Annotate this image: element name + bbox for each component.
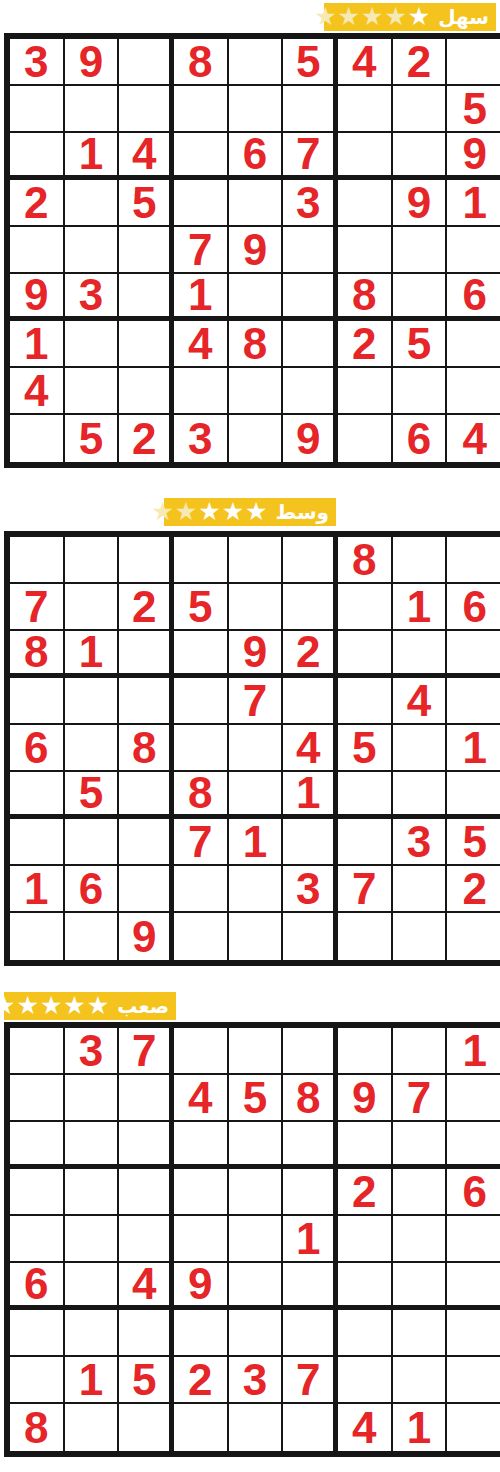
sudoku-cell-medium-r3c4[interactable] bbox=[174, 631, 229, 678]
sudoku-cell-hard-r3c8[interactable] bbox=[393, 1122, 448, 1169]
sudoku-cell-easy-r9c4[interactable]: 3 bbox=[174, 415, 229, 462]
sudoku-cell-easy-r6c4[interactable]: 1 bbox=[174, 274, 229, 321]
sudoku-grid-easy: 398542514679253917993186148254523964 bbox=[4, 33, 500, 468]
sudoku-cell-hard-r5c1[interactable] bbox=[10, 1216, 65, 1263]
sudoku-cell-hard-r1c5[interactable] bbox=[229, 1028, 284, 1075]
sudoku-cell-hard-r8c4[interactable]: 2 bbox=[174, 1357, 229, 1404]
sudoku-cell-easy-r3c2[interactable]: 1 bbox=[65, 133, 120, 180]
sudoku-cell-hard-r1c7[interactable] bbox=[338, 1028, 393, 1075]
sudoku-cell-easy-r6c3[interactable] bbox=[119, 274, 174, 321]
sudoku-cell-easy-r3c3[interactable]: 4 bbox=[119, 133, 174, 180]
sudoku-cell-hard-r4c9[interactable]: 6 bbox=[447, 1169, 500, 1216]
sudoku-cell-easy-r1c2[interactable]: 9 bbox=[65, 39, 120, 86]
sudoku-cell-medium-r4c3[interactable] bbox=[119, 678, 174, 725]
sudoku-cell-medium-r9c9[interactable] bbox=[447, 913, 500, 960]
sudoku-cell-medium-r3c3[interactable] bbox=[119, 631, 174, 678]
sudoku-cell-medium-r3c8[interactable] bbox=[393, 631, 448, 678]
sudoku-cell-hard-r2c3[interactable] bbox=[119, 1075, 174, 1122]
sudoku-cell-easy-r1c3[interactable] bbox=[119, 39, 174, 86]
sudoku-cell-medium-r7c8[interactable]: 3 bbox=[393, 819, 448, 866]
sudoku-cell-medium-r1c8[interactable] bbox=[393, 537, 448, 584]
star-icon: ★ bbox=[408, 4, 430, 29]
sudoku-cell-hard-r7c8[interactable] bbox=[393, 1310, 448, 1357]
star-icon: ★ bbox=[151, 499, 173, 524]
sudoku-cell-hard-r7c7[interactable] bbox=[338, 1310, 393, 1357]
sudoku-cell-hard-r4c5[interactable] bbox=[229, 1169, 284, 1216]
sudoku-cell-hard-r3c9[interactable] bbox=[447, 1122, 500, 1169]
sudoku-cell-medium-r9c2[interactable] bbox=[65, 913, 120, 960]
sudoku-cell-hard-r1c8[interactable] bbox=[393, 1028, 448, 1075]
sudoku-cell-medium-r2c8[interactable]: 1 bbox=[393, 584, 448, 631]
sudoku-cell-easy-r9c2[interactable]: 5 bbox=[65, 415, 120, 462]
sudoku-cell-easy-r7c1[interactable]: 1 bbox=[10, 321, 65, 368]
sudoku-cell-easy-r9c3[interactable]: 2 bbox=[119, 415, 174, 462]
sudoku-cell-easy-r1c4[interactable]: 8 bbox=[174, 39, 229, 86]
sudoku-cell-medium-r7c9[interactable]: 5 bbox=[447, 819, 500, 866]
sudoku-cell-medium-r7c7[interactable] bbox=[338, 819, 393, 866]
sudoku-cell-hard-r4c7[interactable]: 2 bbox=[338, 1169, 393, 1216]
star-icon: ★ bbox=[222, 499, 244, 524]
star-icon: ★ bbox=[245, 499, 267, 524]
sudoku-cell-medium-r2c9[interactable]: 6 bbox=[447, 584, 500, 631]
difficulty-banner-easy: ★★★★★ سهل bbox=[324, 3, 496, 31]
sudoku-cell-easy-r7c4[interactable]: 4 bbox=[174, 321, 229, 368]
sudoku-cell-medium-r7c4[interactable]: 7 bbox=[174, 819, 229, 866]
sudoku-cell-easy-r1c5[interactable] bbox=[229, 39, 284, 86]
sudoku-cell-medium-r5c2[interactable] bbox=[65, 725, 120, 772]
sudoku-cell-hard-r3c3[interactable] bbox=[119, 1122, 174, 1169]
sudoku-cell-medium-r6c4[interactable]: 8 bbox=[174, 772, 229, 819]
sudoku-cell-hard-r8c8[interactable] bbox=[393, 1357, 448, 1404]
sudoku-cell-easy-r6c1[interactable]: 9 bbox=[10, 274, 65, 321]
sudoku-cell-easy-r3c1[interactable] bbox=[10, 133, 65, 180]
sudoku-cell-easy-r4c9[interactable]: 1 bbox=[447, 180, 500, 227]
difficulty-banner-medium: ★★★★★ وسط bbox=[164, 498, 336, 526]
sudoku-cell-medium-r5c6[interactable]: 4 bbox=[283, 725, 338, 772]
sudoku-cell-easy-r4c6[interactable]: 3 bbox=[283, 180, 338, 227]
sudoku-cell-easy-r7c7[interactable]: 2 bbox=[338, 321, 393, 368]
sudoku-cell-hard-r2c9[interactable] bbox=[447, 1075, 500, 1122]
sudoku-cell-medium-r1c6[interactable] bbox=[283, 537, 338, 584]
sudoku-cell-medium-r8c9[interactable]: 2 bbox=[447, 866, 500, 913]
sudoku-cell-hard-r8c3[interactable]: 5 bbox=[119, 1357, 174, 1404]
sudoku-cell-hard-r3c1[interactable] bbox=[10, 1122, 65, 1169]
sudoku-cell-medium-r8c5[interactable] bbox=[229, 866, 284, 913]
sudoku-cell-easy-r9c1[interactable] bbox=[10, 415, 65, 462]
sudoku-cell-easy-r2c6[interactable] bbox=[283, 86, 338, 133]
sudoku-cell-hard-r5c7[interactable] bbox=[338, 1216, 393, 1263]
sudoku-cell-easy-r2c4[interactable] bbox=[174, 86, 229, 133]
sudoku-cell-medium-r6c5[interactable] bbox=[229, 772, 284, 819]
sudoku-cell-hard-r6c9[interactable] bbox=[447, 1263, 500, 1310]
sudoku-cell-easy-r9c6[interactable]: 9 bbox=[283, 415, 338, 462]
sudoku-cell-hard-r5c4[interactable] bbox=[174, 1216, 229, 1263]
sudoku-cell-hard-r9c6[interactable] bbox=[283, 1404, 338, 1451]
sudoku-cell-easy-r3c6[interactable]: 7 bbox=[283, 133, 338, 180]
sudoku-cell-easy-r4c1[interactable]: 2 bbox=[10, 180, 65, 227]
sudoku-cell-easy-r3c5[interactable]: 6 bbox=[229, 133, 284, 180]
sudoku-cell-hard-r1c3[interactable]: 7 bbox=[119, 1028, 174, 1075]
sudoku-cell-hard-r6c4[interactable]: 9 bbox=[174, 1263, 229, 1310]
sudoku-cell-hard-r8c5[interactable]: 3 bbox=[229, 1357, 284, 1404]
sudoku-cell-easy-r5c2[interactable] bbox=[65, 227, 120, 274]
sudoku-easy-section: ★★★★★ سهل 398542514679253917993186148254… bbox=[4, 3, 496, 468]
sudoku-cell-hard-r8c9[interactable] bbox=[447, 1357, 500, 1404]
sudoku-cell-medium-r4c6[interactable] bbox=[283, 678, 338, 725]
sudoku-cell-medium-r6c9[interactable] bbox=[447, 772, 500, 819]
star-icon: ★ bbox=[361, 4, 383, 29]
sudoku-cell-medium-r6c1[interactable] bbox=[10, 772, 65, 819]
sudoku-cell-medium-r9c6[interactable] bbox=[283, 913, 338, 960]
sudoku-cell-medium-r1c4[interactable] bbox=[174, 537, 229, 584]
sudoku-cell-hard-r4c2[interactable] bbox=[65, 1169, 120, 1216]
sudoku-cell-hard-r7c2[interactable] bbox=[65, 1310, 120, 1357]
sudoku-cell-easy-r2c8[interactable] bbox=[393, 86, 448, 133]
sudoku-cell-hard-r4c6[interactable] bbox=[283, 1169, 338, 1216]
sudoku-cell-easy-r5c5[interactable]: 9 bbox=[229, 227, 284, 274]
sudoku-cell-medium-r4c7[interactable] bbox=[338, 678, 393, 725]
sudoku-cell-medium-r6c6[interactable]: 1 bbox=[283, 772, 338, 819]
sudoku-cell-hard-r2c4[interactable]: 4 bbox=[174, 1075, 229, 1122]
sudoku-cell-medium-r7c3[interactable] bbox=[119, 819, 174, 866]
sudoku-cell-hard-r1c9[interactable]: 1 bbox=[447, 1028, 500, 1075]
sudoku-cell-easy-r3c8[interactable] bbox=[393, 133, 448, 180]
sudoku-cell-easy-r5c1[interactable] bbox=[10, 227, 65, 274]
sudoku-cell-easy-r9c5[interactable] bbox=[229, 415, 284, 462]
sudoku-cell-hard-r9c4[interactable] bbox=[174, 1404, 229, 1451]
sudoku-cell-easy-r3c4[interactable] bbox=[174, 133, 229, 180]
sudoku-grid-medium: 872516819274684515817135163729 bbox=[4, 531, 500, 966]
star-icon: ★ bbox=[40, 993, 62, 1018]
difficulty-banner-hard: ★★★★★ صعب bbox=[4, 992, 176, 1020]
sudoku-cell-easy-r7c8[interactable]: 5 bbox=[393, 321, 448, 368]
sudoku-cell-easy-r8c9[interactable] bbox=[447, 368, 500, 415]
sudoku-cell-hard-r7c5[interactable] bbox=[229, 1310, 284, 1357]
sudoku-cell-easy-r8c3[interactable] bbox=[119, 368, 174, 415]
sudoku-cell-medium-r6c2[interactable]: 5 bbox=[65, 772, 120, 819]
star-icon: ★ bbox=[0, 993, 16, 1018]
sudoku-cell-medium-r5c1[interactable]: 6 bbox=[10, 725, 65, 772]
sudoku-cell-hard-r8c7[interactable] bbox=[338, 1357, 393, 1404]
sudoku-cell-hard-r4c1[interactable] bbox=[10, 1169, 65, 1216]
sudoku-cell-medium-r3c5[interactable]: 9 bbox=[229, 631, 284, 678]
sudoku-cell-medium-r6c3[interactable] bbox=[119, 772, 174, 819]
sudoku-cell-medium-r9c4[interactable] bbox=[174, 913, 229, 960]
sudoku-cell-easy-r4c3[interactable]: 5 bbox=[119, 180, 174, 227]
star-icon: ★ bbox=[198, 499, 220, 524]
star-icon: ★ bbox=[63, 993, 85, 1018]
sudoku-cell-medium-r1c5[interactable] bbox=[229, 537, 284, 584]
difficulty-label-hard: صعب bbox=[117, 996, 169, 1016]
sudoku-cell-hard-r9c9[interactable] bbox=[447, 1404, 500, 1451]
star-icon: ★ bbox=[314, 4, 336, 29]
sudoku-cell-hard-r9c2[interactable] bbox=[65, 1404, 120, 1451]
sudoku-cell-easy-r8c8[interactable] bbox=[393, 368, 448, 415]
sudoku-cell-medium-r9c7[interactable] bbox=[338, 913, 393, 960]
sudoku-cell-medium-r1c9[interactable] bbox=[447, 537, 500, 584]
sudoku-cell-hard-r5c8[interactable] bbox=[393, 1216, 448, 1263]
sudoku-medium-section: ★★★★★ وسط 872516819274684515817135163729 bbox=[4, 498, 496, 966]
sudoku-cell-medium-r4c1[interactable] bbox=[10, 678, 65, 725]
sudoku-cell-easy-r5c9[interactable] bbox=[447, 227, 500, 274]
sudoku-cell-hard-r7c4[interactable] bbox=[174, 1310, 229, 1357]
star-icon: ★ bbox=[175, 499, 197, 524]
sudoku-cell-hard-r4c8[interactable] bbox=[393, 1169, 448, 1216]
sudoku-cell-hard-r3c2[interactable] bbox=[65, 1122, 120, 1169]
sudoku-cell-easy-r1c9[interactable] bbox=[447, 39, 500, 86]
sudoku-cell-easy-r7c3[interactable] bbox=[119, 321, 174, 368]
difficulty-label-easy: سهل bbox=[438, 7, 489, 27]
sudoku-cell-hard-r5c6[interactable]: 1 bbox=[283, 1216, 338, 1263]
sudoku-cell-easy-r2c2[interactable] bbox=[65, 86, 120, 133]
sudoku-cell-hard-r6c7[interactable] bbox=[338, 1263, 393, 1310]
sudoku-cell-easy-r1c6[interactable]: 5 bbox=[283, 39, 338, 86]
star-rating-easy: ★★★★★ bbox=[314, 5, 430, 30]
sudoku-cell-medium-r1c3[interactable] bbox=[119, 537, 174, 584]
sudoku-cell-medium-r8c7[interactable]: 7 bbox=[338, 866, 393, 913]
sudoku-cell-hard-r7c9[interactable] bbox=[447, 1310, 500, 1357]
sudoku-cell-hard-r7c6[interactable] bbox=[283, 1310, 338, 1357]
sudoku-cell-medium-r5c5[interactable] bbox=[229, 725, 284, 772]
sudoku-cell-medium-r4c5[interactable]: 7 bbox=[229, 678, 284, 725]
sudoku-cell-easy-r7c2[interactable] bbox=[65, 321, 120, 368]
sudoku-cell-hard-r5c3[interactable] bbox=[119, 1216, 174, 1263]
sudoku-cell-medium-r7c5[interactable]: 1 bbox=[229, 819, 284, 866]
sudoku-cell-easy-r4c4[interactable] bbox=[174, 180, 229, 227]
sudoku-cell-medium-r2c3[interactable]: 2 bbox=[119, 584, 174, 631]
sudoku-cell-hard-r8c2[interactable]: 1 bbox=[65, 1357, 120, 1404]
sudoku-cell-medium-r5c9[interactable]: 1 bbox=[447, 725, 500, 772]
sudoku-cell-hard-r9c5[interactable] bbox=[229, 1404, 284, 1451]
sudoku-cell-medium-r5c8[interactable] bbox=[393, 725, 448, 772]
sudoku-cell-hard-r2c8[interactable]: 7 bbox=[393, 1075, 448, 1122]
sudoku-cell-medium-r2c7[interactable] bbox=[338, 584, 393, 631]
sudoku-cell-easy-r6c6[interactable] bbox=[283, 274, 338, 321]
sudoku-cell-medium-r1c2[interactable] bbox=[65, 537, 120, 584]
sudoku-cell-easy-r8c1[interactable]: 4 bbox=[10, 368, 65, 415]
sudoku-cell-medium-r4c9[interactable] bbox=[447, 678, 500, 725]
sudoku-cell-easy-r2c3[interactable] bbox=[119, 86, 174, 133]
sudoku-cell-easy-r6c7[interactable]: 8 bbox=[338, 274, 393, 321]
sudoku-cell-easy-r4c5[interactable] bbox=[229, 180, 284, 227]
sudoku-cell-medium-r2c5[interactable] bbox=[229, 584, 284, 631]
sudoku-cell-easy-r5c6[interactable] bbox=[283, 227, 338, 274]
sudoku-cell-medium-r3c2[interactable]: 1 bbox=[65, 631, 120, 678]
sudoku-cell-medium-r9c8[interactable] bbox=[393, 913, 448, 960]
sudoku-cell-easy-r6c2[interactable]: 3 bbox=[65, 274, 120, 321]
sudoku-cell-medium-r8c2[interactable]: 6 bbox=[65, 866, 120, 913]
sudoku-cell-medium-r4c2[interactable] bbox=[65, 678, 120, 725]
sudoku-cell-hard-r8c6[interactable]: 7 bbox=[283, 1357, 338, 1404]
sudoku-cell-medium-r4c8[interactable]: 4 bbox=[393, 678, 448, 725]
sudoku-page: ★★★★★ سهل 398542514679253917993186148254… bbox=[0, 0, 500, 1472]
sudoku-cell-easy-r5c3[interactable] bbox=[119, 227, 174, 274]
sudoku-cell-hard-r3c5[interactable] bbox=[229, 1122, 284, 1169]
sudoku-cell-medium-r5c3[interactable]: 8 bbox=[119, 725, 174, 772]
star-icon: ★ bbox=[17, 993, 39, 1018]
star-icon: ★ bbox=[87, 993, 109, 1018]
sudoku-cell-easy-r5c7[interactable] bbox=[338, 227, 393, 274]
sudoku-cell-hard-r2c5[interactable]: 5 bbox=[229, 1075, 284, 1122]
sudoku-cell-hard-r1c6[interactable] bbox=[283, 1028, 338, 1075]
sudoku-cell-medium-r7c2[interactable] bbox=[65, 819, 120, 866]
sudoku-cell-easy-r2c7[interactable] bbox=[338, 86, 393, 133]
sudoku-cell-easy-r8c7[interactable] bbox=[338, 368, 393, 415]
sudoku-cell-hard-r2c1[interactable] bbox=[10, 1075, 65, 1122]
sudoku-cell-medium-r8c6[interactable]: 3 bbox=[283, 866, 338, 913]
sudoku-cell-medium-r2c6[interactable] bbox=[283, 584, 338, 631]
sudoku-cell-hard-r2c2[interactable] bbox=[65, 1075, 120, 1122]
sudoku-cell-easy-r6c9[interactable]: 6 bbox=[447, 274, 500, 321]
sudoku-cell-medium-r7c6[interactable] bbox=[283, 819, 338, 866]
sudoku-cell-easy-r2c9[interactable]: 5 bbox=[447, 86, 500, 133]
sudoku-cell-hard-r9c1[interactable]: 8 bbox=[10, 1404, 65, 1451]
sudoku-cell-hard-r9c7[interactable]: 4 bbox=[338, 1404, 393, 1451]
sudoku-cell-hard-r6c2[interactable] bbox=[65, 1263, 120, 1310]
sudoku-cell-easy-r4c7[interactable] bbox=[338, 180, 393, 227]
sudoku-cell-easy-r7c6[interactable] bbox=[283, 321, 338, 368]
sudoku-cell-medium-r8c4[interactable] bbox=[174, 866, 229, 913]
sudoku-cell-hard-r7c1[interactable] bbox=[10, 1310, 65, 1357]
sudoku-cell-easy-r2c1[interactable] bbox=[10, 86, 65, 133]
sudoku-cell-hard-r9c8[interactable]: 1 bbox=[393, 1404, 448, 1451]
sudoku-cell-medium-r3c9[interactable] bbox=[447, 631, 500, 678]
sudoku-cell-medium-r8c3[interactable] bbox=[119, 866, 174, 913]
sudoku-cell-easy-r1c8[interactable]: 2 bbox=[393, 39, 448, 86]
sudoku-cell-hard-r1c2[interactable]: 3 bbox=[65, 1028, 120, 1075]
sudoku-cell-easy-r3c9[interactable]: 9 bbox=[447, 133, 500, 180]
sudoku-cell-medium-r3c6[interactable]: 2 bbox=[283, 631, 338, 678]
sudoku-cell-hard-r3c7[interactable] bbox=[338, 1122, 393, 1169]
sudoku-cell-easy-r9c8[interactable]: 6 bbox=[393, 415, 448, 462]
sudoku-cell-hard-r6c1[interactable]: 6 bbox=[10, 1263, 65, 1310]
star-icon: ★ bbox=[384, 4, 406, 29]
sudoku-cell-easy-r9c9[interactable]: 4 bbox=[447, 415, 500, 462]
sudoku-cell-medium-r5c4[interactable] bbox=[174, 725, 229, 772]
sudoku-cell-hard-r4c3[interactable] bbox=[119, 1169, 174, 1216]
difficulty-label-medium: وسط bbox=[275, 502, 329, 522]
sudoku-cell-hard-r5c2[interactable] bbox=[65, 1216, 120, 1263]
sudoku-cell-easy-r8c4[interactable] bbox=[174, 368, 229, 415]
sudoku-cell-hard-r9c3[interactable] bbox=[119, 1404, 174, 1451]
sudoku-cell-easy-r8c5[interactable] bbox=[229, 368, 284, 415]
sudoku-cell-medium-r7c1[interactable] bbox=[10, 819, 65, 866]
sudoku-cell-hard-r8c1[interactable] bbox=[10, 1357, 65, 1404]
sudoku-cell-medium-r6c7[interactable] bbox=[338, 772, 393, 819]
sudoku-cell-medium-r3c7[interactable] bbox=[338, 631, 393, 678]
sudoku-cell-hard-r2c6[interactable]: 8 bbox=[283, 1075, 338, 1122]
sudoku-cell-easy-r8c6[interactable] bbox=[283, 368, 338, 415]
sudoku-cell-hard-r1c4[interactable] bbox=[174, 1028, 229, 1075]
sudoku-cell-hard-r3c4[interactable] bbox=[174, 1122, 229, 1169]
sudoku-cell-easy-r7c5[interactable]: 8 bbox=[229, 321, 284, 368]
sudoku-cell-medium-r8c8[interactable] bbox=[393, 866, 448, 913]
sudoku-cell-easy-r4c8[interactable]: 9 bbox=[393, 180, 448, 227]
star-icon: ★ bbox=[338, 4, 360, 29]
sudoku-cell-hard-r1c1[interactable] bbox=[10, 1028, 65, 1075]
sudoku-cell-medium-r3c1[interactable]: 8 bbox=[10, 631, 65, 678]
sudoku-cell-medium-r9c5[interactable] bbox=[229, 913, 284, 960]
sudoku-cell-easy-r4c2[interactable] bbox=[65, 180, 120, 227]
sudoku-cell-hard-r5c5[interactable] bbox=[229, 1216, 284, 1263]
sudoku-cell-medium-r8c1[interactable]: 1 bbox=[10, 866, 65, 913]
sudoku-cell-easy-r3c7[interactable] bbox=[338, 133, 393, 180]
sudoku-cell-medium-r2c1[interactable]: 7 bbox=[10, 584, 65, 631]
sudoku-grid-hard: 3714589726164915237841 bbox=[4, 1022, 500, 1457]
sudoku-cell-hard-r5c9[interactable] bbox=[447, 1216, 500, 1263]
sudoku-cell-hard-r6c5[interactable] bbox=[229, 1263, 284, 1310]
sudoku-cell-easy-r8c2[interactable] bbox=[65, 368, 120, 415]
sudoku-cell-hard-r6c3[interactable]: 4 bbox=[119, 1263, 174, 1310]
sudoku-cell-medium-r2c4[interactable]: 5 bbox=[174, 584, 229, 631]
sudoku-cell-easy-r2c5[interactable] bbox=[229, 86, 284, 133]
sudoku-cell-easy-r1c1[interactable]: 3 bbox=[10, 39, 65, 86]
sudoku-cell-hard-r4c4[interactable] bbox=[174, 1169, 229, 1216]
sudoku-cell-medium-r9c3[interactable]: 9 bbox=[119, 913, 174, 960]
sudoku-cell-hard-r3c6[interactable] bbox=[283, 1122, 338, 1169]
sudoku-cell-easy-r5c8[interactable] bbox=[393, 227, 448, 274]
sudoku-cell-hard-r6c6[interactable] bbox=[283, 1263, 338, 1310]
sudoku-cell-easy-r9c7[interactable] bbox=[338, 415, 393, 462]
sudoku-cell-medium-r9c1[interactable] bbox=[10, 913, 65, 960]
sudoku-cell-easy-r6c5[interactable] bbox=[229, 274, 284, 321]
sudoku-cell-easy-r6c8[interactable] bbox=[393, 274, 448, 321]
sudoku-cell-medium-r6c8[interactable] bbox=[393, 772, 448, 819]
sudoku-cell-easy-r5c4[interactable]: 7 bbox=[174, 227, 229, 274]
star-rating-medium: ★★★★★ bbox=[151, 500, 267, 525]
sudoku-hard-section: ★★★★★ صعب 3714589726164915237841 bbox=[4, 992, 496, 1457]
sudoku-cell-hard-r2c7[interactable]: 9 bbox=[338, 1075, 393, 1122]
sudoku-cell-medium-r2c2[interactable] bbox=[65, 584, 120, 631]
sudoku-cell-medium-r1c7[interactable]: 8 bbox=[338, 537, 393, 584]
sudoku-cell-hard-r7c3[interactable] bbox=[119, 1310, 174, 1357]
sudoku-cell-medium-r1c1[interactable] bbox=[10, 537, 65, 584]
sudoku-cell-easy-r7c9[interactable] bbox=[447, 321, 500, 368]
star-rating-hard: ★★★★★ bbox=[0, 994, 109, 1019]
sudoku-cell-medium-r4c4[interactable] bbox=[174, 678, 229, 725]
sudoku-cell-hard-r6c8[interactable] bbox=[393, 1263, 448, 1310]
sudoku-cell-medium-r5c7[interactable]: 5 bbox=[338, 725, 393, 772]
sudoku-cell-easy-r1c7[interactable]: 4 bbox=[338, 39, 393, 86]
